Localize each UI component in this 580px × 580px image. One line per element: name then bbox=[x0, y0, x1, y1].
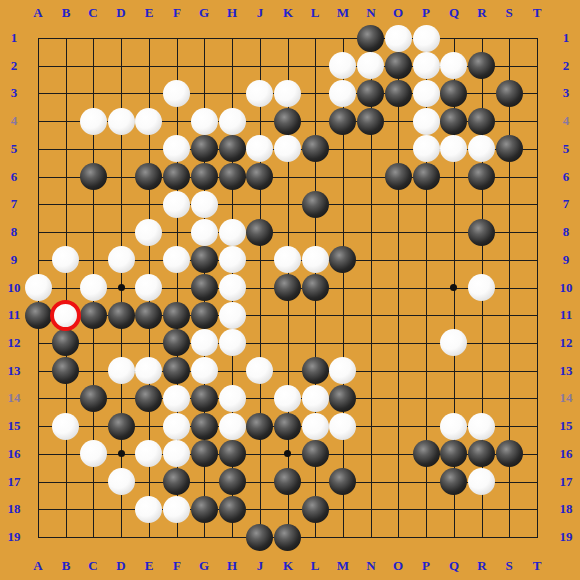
black-stone bbox=[413, 440, 440, 467]
white-stone bbox=[219, 302, 246, 329]
black-stone bbox=[191, 163, 218, 190]
column-label: O bbox=[385, 5, 411, 21]
black-stone bbox=[108, 302, 135, 329]
white-stone bbox=[385, 25, 412, 52]
black-stone bbox=[440, 80, 467, 107]
white-stone bbox=[246, 135, 273, 162]
white-stone bbox=[274, 135, 301, 162]
column-label: B bbox=[53, 5, 79, 21]
white-stone bbox=[413, 108, 440, 135]
row-label: 12 bbox=[553, 335, 579, 351]
row-label: 11 bbox=[1, 307, 27, 323]
star-point bbox=[284, 450, 291, 457]
white-stone bbox=[135, 440, 162, 467]
row-label: 3 bbox=[1, 85, 27, 101]
white-stone bbox=[108, 357, 135, 384]
column-label: T bbox=[524, 5, 550, 21]
black-stone bbox=[496, 80, 523, 107]
column-label: H bbox=[219, 5, 245, 21]
row-label: 8 bbox=[1, 224, 27, 240]
row-label: 19 bbox=[1, 529, 27, 545]
black-stone bbox=[191, 496, 218, 523]
black-stone bbox=[191, 246, 218, 273]
column-label: K bbox=[275, 558, 301, 574]
row-label: 19 bbox=[553, 529, 579, 545]
grid-line-vertical bbox=[398, 38, 399, 538]
row-label: 2 bbox=[553, 58, 579, 74]
white-stone bbox=[163, 135, 190, 162]
column-label: P bbox=[413, 558, 439, 574]
white-stone bbox=[219, 219, 246, 246]
column-label: C bbox=[80, 558, 106, 574]
star-point bbox=[118, 284, 125, 291]
white-stone bbox=[219, 413, 246, 440]
column-label: E bbox=[136, 558, 162, 574]
row-label: 5 bbox=[553, 141, 579, 157]
black-stone bbox=[191, 440, 218, 467]
white-stone bbox=[52, 246, 79, 273]
white-stone bbox=[191, 329, 218, 356]
column-label: Q bbox=[441, 558, 467, 574]
row-label: 10 bbox=[553, 280, 579, 296]
white-stone bbox=[219, 329, 246, 356]
black-stone bbox=[274, 468, 301, 495]
black-stone bbox=[246, 163, 273, 190]
white-stone bbox=[468, 468, 495, 495]
white-stone bbox=[329, 413, 356, 440]
row-label: 9 bbox=[1, 252, 27, 268]
white-stone bbox=[413, 80, 440, 107]
white-stone bbox=[329, 80, 356, 107]
white-stone bbox=[52, 413, 79, 440]
white-stone bbox=[219, 274, 246, 301]
row-label: 7 bbox=[553, 196, 579, 212]
white-stone bbox=[135, 357, 162, 384]
black-stone bbox=[191, 135, 218, 162]
black-stone bbox=[108, 413, 135, 440]
black-stone bbox=[440, 440, 467, 467]
black-stone bbox=[274, 413, 301, 440]
column-label: M bbox=[330, 558, 356, 574]
row-label: 8 bbox=[553, 224, 579, 240]
white-stone bbox=[246, 80, 273, 107]
black-stone bbox=[302, 496, 329, 523]
black-stone bbox=[385, 52, 412, 79]
black-stone bbox=[163, 468, 190, 495]
black-stone bbox=[329, 385, 356, 412]
black-stone bbox=[385, 80, 412, 107]
white-stone bbox=[468, 413, 495, 440]
row-label: 6 bbox=[1, 169, 27, 185]
row-label: 11 bbox=[553, 307, 579, 323]
row-label: 4 bbox=[553, 113, 579, 129]
black-stone bbox=[302, 135, 329, 162]
white-stone bbox=[163, 385, 190, 412]
row-label: 17 bbox=[553, 474, 579, 490]
row-label: 4 bbox=[1, 113, 27, 129]
white-stone bbox=[135, 496, 162, 523]
white-stone bbox=[191, 191, 218, 218]
column-label: H bbox=[219, 558, 245, 574]
column-label: D bbox=[108, 5, 134, 21]
black-stone bbox=[135, 163, 162, 190]
white-stone bbox=[191, 219, 218, 246]
row-label: 1 bbox=[553, 30, 579, 46]
column-label: Q bbox=[441, 5, 467, 21]
black-stone bbox=[191, 413, 218, 440]
black-stone bbox=[468, 440, 495, 467]
white-stone bbox=[191, 108, 218, 135]
white-stone bbox=[440, 329, 467, 356]
column-label: F bbox=[164, 558, 190, 574]
column-label: C bbox=[80, 5, 106, 21]
column-label: J bbox=[247, 558, 273, 574]
black-stone bbox=[219, 440, 246, 467]
column-label: L bbox=[302, 5, 328, 21]
black-stone bbox=[163, 163, 190, 190]
black-stone bbox=[440, 108, 467, 135]
row-label: 1 bbox=[1, 30, 27, 46]
row-label: 13 bbox=[1, 363, 27, 379]
black-stone bbox=[357, 80, 384, 107]
white-stone bbox=[135, 219, 162, 246]
black-stone bbox=[191, 385, 218, 412]
column-label: R bbox=[469, 558, 495, 574]
white-stone bbox=[357, 52, 384, 79]
column-label: L bbox=[302, 558, 328, 574]
white-stone bbox=[246, 357, 273, 384]
white-stone bbox=[219, 108, 246, 135]
black-stone bbox=[163, 357, 190, 384]
black-stone bbox=[329, 246, 356, 273]
column-label: D bbox=[108, 558, 134, 574]
black-stone bbox=[274, 524, 301, 551]
column-label: G bbox=[191, 558, 217, 574]
black-stone bbox=[496, 440, 523, 467]
white-stone bbox=[302, 246, 329, 273]
row-label: 18 bbox=[553, 501, 579, 517]
white-stone bbox=[108, 108, 135, 135]
white-stone bbox=[302, 413, 329, 440]
row-label: 2 bbox=[1, 58, 27, 74]
white-stone bbox=[413, 25, 440, 52]
white-stone bbox=[329, 357, 356, 384]
black-stone bbox=[468, 52, 495, 79]
black-stone bbox=[496, 135, 523, 162]
white-stone bbox=[274, 80, 301, 107]
go-board[interactable]: AABBCCDDEEFFGGHHJJKKLLMMNNOOPPQQRRSSTT11… bbox=[0, 0, 580, 580]
black-stone bbox=[191, 302, 218, 329]
grid-line-vertical bbox=[537, 38, 538, 538]
row-label: 13 bbox=[553, 363, 579, 379]
white-stone bbox=[440, 413, 467, 440]
black-stone bbox=[329, 468, 356, 495]
column-label: G bbox=[191, 5, 217, 21]
star-point bbox=[118, 450, 125, 457]
row-label: 5 bbox=[1, 141, 27, 157]
white-stone bbox=[163, 191, 190, 218]
black-stone bbox=[52, 329, 79, 356]
column-label: K bbox=[275, 5, 301, 21]
black-stone bbox=[135, 302, 162, 329]
white-stone bbox=[219, 246, 246, 273]
column-label: T bbox=[524, 558, 550, 574]
white-stone bbox=[80, 274, 107, 301]
white-stone bbox=[440, 135, 467, 162]
column-label: A bbox=[25, 558, 51, 574]
black-stone bbox=[302, 440, 329, 467]
column-label: N bbox=[358, 5, 384, 21]
white-stone bbox=[413, 135, 440, 162]
black-stone bbox=[357, 108, 384, 135]
black-stone bbox=[219, 468, 246, 495]
white-stone bbox=[329, 52, 356, 79]
white-stone bbox=[80, 108, 107, 135]
black-stone bbox=[25, 302, 52, 329]
white-stone bbox=[135, 108, 162, 135]
column-label: P bbox=[413, 5, 439, 21]
white-stone bbox=[52, 302, 79, 329]
black-stone bbox=[80, 163, 107, 190]
row-label: 10 bbox=[1, 280, 27, 296]
white-stone bbox=[274, 385, 301, 412]
black-stone bbox=[274, 274, 301, 301]
white-stone bbox=[163, 496, 190, 523]
black-stone bbox=[219, 135, 246, 162]
row-label: 9 bbox=[553, 252, 579, 268]
black-stone bbox=[135, 385, 162, 412]
white-stone bbox=[163, 246, 190, 273]
black-stone bbox=[191, 274, 218, 301]
white-stone bbox=[468, 274, 495, 301]
column-label: O bbox=[385, 558, 411, 574]
row-label: 12 bbox=[1, 335, 27, 351]
column-label: E bbox=[136, 5, 162, 21]
column-label: N bbox=[358, 558, 384, 574]
black-stone bbox=[246, 413, 273, 440]
white-stone bbox=[274, 246, 301, 273]
column-label: S bbox=[496, 5, 522, 21]
black-stone bbox=[52, 357, 79, 384]
white-stone bbox=[163, 80, 190, 107]
black-stone bbox=[468, 163, 495, 190]
row-label: 14 bbox=[1, 390, 27, 406]
black-stone bbox=[302, 274, 329, 301]
black-stone bbox=[80, 302, 107, 329]
white-stone bbox=[413, 52, 440, 79]
black-stone bbox=[80, 385, 107, 412]
black-stone bbox=[219, 163, 246, 190]
white-stone bbox=[163, 413, 190, 440]
white-stone bbox=[108, 246, 135, 273]
last-move-marker bbox=[50, 300, 81, 331]
row-label: 6 bbox=[553, 169, 579, 185]
row-label: 17 bbox=[1, 474, 27, 490]
white-stone bbox=[80, 440, 107, 467]
white-stone bbox=[440, 52, 467, 79]
black-stone bbox=[329, 108, 356, 135]
black-stone bbox=[302, 191, 329, 218]
black-stone bbox=[219, 496, 246, 523]
black-stone bbox=[413, 163, 440, 190]
white-stone bbox=[135, 274, 162, 301]
row-label: 16 bbox=[553, 446, 579, 462]
column-label: M bbox=[330, 5, 356, 21]
column-label: R bbox=[469, 5, 495, 21]
white-stone bbox=[468, 135, 495, 162]
star-point bbox=[450, 284, 457, 291]
row-label: 3 bbox=[553, 85, 579, 101]
black-stone bbox=[246, 219, 273, 246]
white-stone bbox=[108, 468, 135, 495]
black-stone bbox=[468, 108, 495, 135]
row-label: 15 bbox=[1, 418, 27, 434]
white-stone bbox=[191, 357, 218, 384]
black-stone bbox=[357, 25, 384, 52]
black-stone bbox=[385, 163, 412, 190]
row-label: 7 bbox=[1, 196, 27, 212]
row-label: 18 bbox=[1, 501, 27, 517]
column-label: A bbox=[25, 5, 51, 21]
black-stone bbox=[274, 108, 301, 135]
column-label: F bbox=[164, 5, 190, 21]
row-label: 15 bbox=[553, 418, 579, 434]
white-stone bbox=[302, 385, 329, 412]
black-stone bbox=[246, 524, 273, 551]
black-stone bbox=[302, 357, 329, 384]
column-label: J bbox=[247, 5, 273, 21]
grid-line-horizontal bbox=[38, 509, 538, 510]
black-stone bbox=[163, 302, 190, 329]
column-label: S bbox=[496, 558, 522, 574]
row-label: 16 bbox=[1, 446, 27, 462]
white-stone bbox=[219, 385, 246, 412]
column-label: B bbox=[53, 558, 79, 574]
black-stone bbox=[468, 219, 495, 246]
black-stone bbox=[163, 329, 190, 356]
white-stone bbox=[163, 440, 190, 467]
black-stone bbox=[440, 468, 467, 495]
row-label: 14 bbox=[553, 390, 579, 406]
white-stone bbox=[25, 274, 52, 301]
